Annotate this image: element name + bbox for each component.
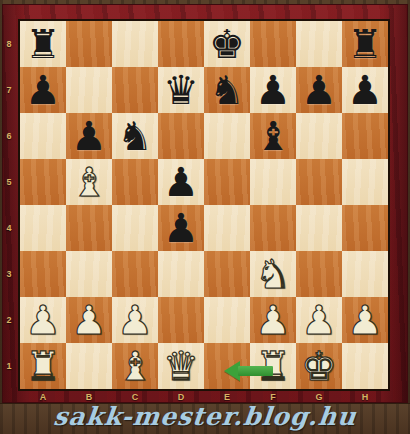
square-b3 bbox=[66, 251, 112, 297]
piece-black-rook-a8: ♜ bbox=[20, 21, 66, 67]
square-g1: ♚ bbox=[296, 343, 342, 389]
square-e3 bbox=[204, 251, 250, 297]
square-b4 bbox=[66, 205, 112, 251]
square-b8 bbox=[66, 21, 112, 67]
piece-white-rook-a1: ♜ bbox=[20, 343, 66, 389]
square-h6 bbox=[342, 113, 388, 159]
square-f7: ♟ bbox=[250, 67, 296, 113]
square-h8: ♜ bbox=[342, 21, 388, 67]
rank-label-5: 5 bbox=[0, 159, 18, 205]
rank-label-3: 3 bbox=[0, 251, 18, 297]
piece-black-queen-d7: ♛ bbox=[158, 67, 204, 113]
square-a1: ♜ bbox=[20, 343, 66, 389]
square-d4: ♟ bbox=[158, 205, 204, 251]
square-g2: ♟ bbox=[296, 297, 342, 343]
square-e4 bbox=[204, 205, 250, 251]
square-b7 bbox=[66, 67, 112, 113]
square-d8 bbox=[158, 21, 204, 67]
square-e2 bbox=[204, 297, 250, 343]
square-f2: ♟ bbox=[250, 297, 296, 343]
square-g6 bbox=[296, 113, 342, 159]
square-f3: ♞ bbox=[250, 251, 296, 297]
square-c1: ♝ bbox=[112, 343, 158, 389]
square-c4 bbox=[112, 205, 158, 251]
square-e8: ♚ bbox=[204, 21, 250, 67]
piece-white-knight-f3: ♞ bbox=[250, 251, 296, 297]
square-c6: ♞ bbox=[112, 113, 158, 159]
square-d3 bbox=[158, 251, 204, 297]
rank-label-1: 1 bbox=[0, 343, 18, 389]
piece-black-bishop-f6: ♝ bbox=[250, 113, 296, 159]
square-h3 bbox=[342, 251, 388, 297]
square-g3 bbox=[296, 251, 342, 297]
piece-black-knight-e7: ♞ bbox=[204, 67, 250, 113]
piece-white-bishop-c1: ♝ bbox=[112, 343, 158, 389]
square-a2: ♟ bbox=[20, 297, 66, 343]
square-a3 bbox=[20, 251, 66, 297]
square-f4 bbox=[250, 205, 296, 251]
piece-black-rook-h8: ♜ bbox=[342, 21, 388, 67]
square-f5 bbox=[250, 159, 296, 205]
square-b6: ♟ bbox=[66, 113, 112, 159]
square-b1 bbox=[66, 343, 112, 389]
square-a6 bbox=[20, 113, 66, 159]
piece-black-pawn-g7: ♟ bbox=[296, 67, 342, 113]
piece-white-bishop-b5: ♝ bbox=[66, 159, 112, 205]
piece-white-pawn-g2: ♟ bbox=[296, 297, 342, 343]
piece-black-pawn-d4: ♟ bbox=[158, 205, 204, 251]
square-h7: ♟ bbox=[342, 67, 388, 113]
square-h1 bbox=[342, 343, 388, 389]
square-f6: ♝ bbox=[250, 113, 296, 159]
square-e6 bbox=[204, 113, 250, 159]
square-d1: ♛ bbox=[158, 343, 204, 389]
square-d5: ♟ bbox=[158, 159, 204, 205]
rank-label-4: 4 bbox=[0, 205, 18, 251]
piece-black-pawn-f7: ♟ bbox=[250, 67, 296, 113]
piece-white-queen-d1: ♛ bbox=[158, 343, 204, 389]
move-arrow-shaft bbox=[238, 366, 273, 376]
square-a7: ♟ bbox=[20, 67, 66, 113]
square-g4 bbox=[296, 205, 342, 251]
square-h2: ♟ bbox=[342, 297, 388, 343]
piece-white-pawn-b2: ♟ bbox=[66, 297, 112, 343]
square-b2: ♟ bbox=[66, 297, 112, 343]
piece-black-pawn-d5: ♟ bbox=[158, 159, 204, 205]
square-c8 bbox=[112, 21, 158, 67]
square-c2: ♟ bbox=[112, 297, 158, 343]
square-c3 bbox=[112, 251, 158, 297]
piece-white-pawn-h2: ♟ bbox=[342, 297, 388, 343]
square-g8 bbox=[296, 21, 342, 67]
square-g7: ♟ bbox=[296, 67, 342, 113]
piece-black-king-e8: ♚ bbox=[204, 21, 250, 67]
square-g5 bbox=[296, 159, 342, 205]
piece-black-pawn-b6: ♟ bbox=[66, 113, 112, 159]
piece-black-knight-c6: ♞ bbox=[112, 113, 158, 159]
square-a5 bbox=[20, 159, 66, 205]
piece-white-pawn-f2: ♟ bbox=[250, 297, 296, 343]
piece-white-pawn-a2: ♟ bbox=[20, 297, 66, 343]
piece-white-pawn-c2: ♟ bbox=[112, 297, 158, 343]
rank-label-8: 8 bbox=[0, 21, 18, 67]
square-e5 bbox=[204, 159, 250, 205]
square-a4 bbox=[20, 205, 66, 251]
square-d6 bbox=[158, 113, 204, 159]
piece-white-king-g1: ♚ bbox=[296, 343, 342, 389]
chess-board: ♜♚♜♟♛♞♟♟♟♟♞♝♝♟♟♞♟♟♟♟♟♟♜♝♛♜♚ bbox=[18, 19, 390, 391]
square-d7: ♛ bbox=[158, 67, 204, 113]
square-h5 bbox=[342, 159, 388, 205]
piece-black-pawn-a7: ♟ bbox=[20, 67, 66, 113]
square-b5: ♝ bbox=[66, 159, 112, 205]
move-arrow bbox=[224, 361, 273, 381]
square-d2 bbox=[158, 297, 204, 343]
rank-label-7: 7 bbox=[0, 67, 18, 113]
rank-labels: 87654321 bbox=[0, 21, 18, 389]
square-e7: ♞ bbox=[204, 67, 250, 113]
chess-diagram: 87654321 ♜♚♜♟♛♞♟♟♟♟♞♝♝♟♟♞♟♟♟♟♟♟♜♝♛♜♚ ABC… bbox=[0, 0, 410, 434]
piece-black-pawn-h7: ♟ bbox=[342, 67, 388, 113]
square-a8: ♜ bbox=[20, 21, 66, 67]
rank-label-6: 6 bbox=[0, 113, 18, 159]
square-h4 bbox=[342, 205, 388, 251]
watermark-text: sakk-mester.blog.hu bbox=[0, 401, 410, 434]
square-c5 bbox=[112, 159, 158, 205]
rank-label-2: 2 bbox=[0, 297, 18, 343]
square-c7 bbox=[112, 67, 158, 113]
square-f8 bbox=[250, 21, 296, 67]
